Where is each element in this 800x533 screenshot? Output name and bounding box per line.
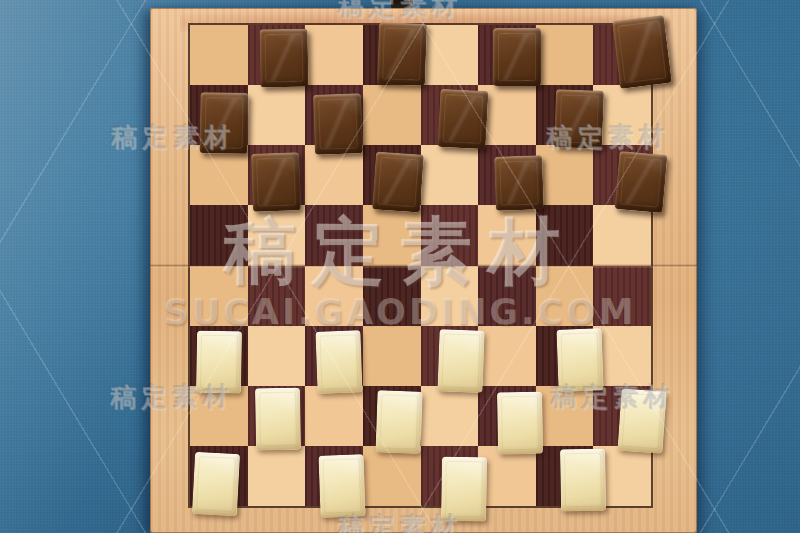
board-square-r5c8[interactable] [593, 266, 651, 326]
board-square-r5c4[interactable] [363, 266, 421, 326]
white-chocolate-piece-r6c5[interactable] [437, 330, 484, 394]
board-square-r3c5[interactable] [421, 145, 479, 205]
board-square-r8c4[interactable] [363, 446, 421, 506]
white-chocolate-piece-r7c6[interactable] [497, 392, 543, 455]
board-square-r5c5[interactable] [421, 266, 479, 326]
dark-chocolate-piece-r1c4[interactable] [377, 22, 427, 86]
dark-chocolate-piece-r3c8[interactable] [615, 151, 668, 213]
dark-chocolate-piece-r3c6[interactable] [494, 155, 544, 211]
board-square-r4c1[interactable] [190, 205, 248, 265]
white-chocolate-piece-r6c3[interactable] [316, 331, 363, 395]
board-grid [188, 23, 653, 508]
board-square-r1c5[interactable] [421, 25, 479, 85]
dark-chocolate-piece-r2c7[interactable] [554, 89, 604, 149]
checkers-board [150, 8, 697, 533]
board-square-r5c6[interactable] [478, 266, 536, 326]
white-chocolate-piece-r6c7[interactable] [556, 329, 603, 393]
board-square-r2c2[interactable] [248, 85, 306, 145]
dark-chocolate-piece-r1c6[interactable] [493, 28, 541, 86]
board-square-r8c2[interactable] [248, 446, 306, 506]
board-square-r5c1[interactable] [190, 266, 248, 326]
board-square-r1c1[interactable] [190, 25, 248, 85]
white-chocolate-piece-r7c8[interactable] [617, 389, 666, 454]
photo-stage: 稿定素材 稿定素材 稿定素材 稿定素材 SUCAI.GAODING.COM 稿定… [0, 0, 800, 533]
board-square-r4c4[interactable] [363, 205, 421, 265]
white-chocolate-piece-r8c1[interactable] [192, 452, 240, 516]
board-square-r3c3[interactable] [305, 145, 363, 205]
board-square-r4c3[interactable] [305, 205, 363, 265]
board-square-r3c7[interactable] [536, 145, 594, 205]
board-square-r4c6[interactable] [478, 205, 536, 265]
dark-chocolate-piece-r3c4[interactable] [372, 151, 424, 212]
dark-chocolate-piece-r1c2[interactable] [260, 29, 309, 88]
board-square-r7c7[interactable] [536, 386, 594, 446]
board-square-r6c2[interactable] [248, 326, 306, 386]
board-square-r1c3[interactable] [305, 25, 363, 85]
board-square-r5c7[interactable] [536, 266, 594, 326]
board-square-r7c5[interactable] [421, 386, 479, 446]
white-chocolate-piece-r7c2[interactable] [255, 388, 301, 451]
board-square-r5c3[interactable] [305, 266, 363, 326]
dark-chocolate-piece-r3c2[interactable] [251, 152, 301, 212]
dark-chocolate-piece-r2c1[interactable] [200, 92, 249, 154]
white-chocolate-piece-r7c4[interactable] [376, 390, 423, 454]
board-square-r4c2[interactable] [248, 205, 306, 265]
dark-chocolate-piece-r2c3[interactable] [313, 93, 363, 155]
board-square-r4c8[interactable] [593, 205, 651, 265]
white-chocolate-piece-r8c3[interactable] [319, 454, 366, 518]
board-square-r3c1[interactable] [190, 145, 248, 205]
board-square-r4c5[interactable] [421, 205, 479, 265]
board-square-r6c6[interactable] [478, 326, 536, 386]
board-square-r8c6[interactable] [478, 446, 536, 506]
white-chocolate-piece-r6c1[interactable] [196, 331, 242, 394]
board-square-r1c7[interactable] [536, 25, 594, 85]
board-square-r7c3[interactable] [305, 386, 363, 446]
dark-chocolate-piece-r2c5[interactable] [437, 89, 488, 149]
board-square-r5c2[interactable] [248, 266, 306, 326]
white-chocolate-piece-r8c7[interactable] [560, 448, 606, 511]
white-chocolate-piece-r8c5[interactable] [441, 456, 487, 521]
board-square-r7c1[interactable] [190, 386, 248, 446]
board-square-r6c4[interactable] [363, 326, 421, 386]
board-square-r4c7[interactable] [536, 205, 594, 265]
board-square-r2c4[interactable] [363, 85, 421, 145]
dark-chocolate-piece-r1c8[interactable] [612, 15, 672, 89]
